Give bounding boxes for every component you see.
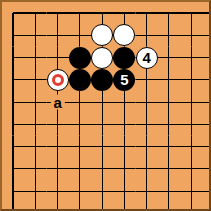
intersection <box>69 2 91 24</box>
intersection <box>91 180 113 202</box>
stone-white-4: 4 <box>136 47 158 69</box>
intersection <box>113 136 135 158</box>
intersection <box>180 158 202 180</box>
intersection <box>47 202 69 211</box>
intersection <box>69 202 91 211</box>
point-label-a: a <box>50 95 64 110</box>
intersection <box>24 113 46 135</box>
intersection <box>24 47 46 69</box>
intersection <box>136 24 158 46</box>
intersection <box>2 158 24 180</box>
intersection <box>2 136 24 158</box>
intersection <box>24 180 46 202</box>
intersection <box>24 158 46 180</box>
intersection <box>2 180 24 202</box>
intersection <box>69 180 91 202</box>
intersection <box>202 24 211 46</box>
intersection <box>202 158 211 180</box>
intersection <box>113 113 135 135</box>
intersection <box>158 24 180 46</box>
intersection <box>91 113 113 135</box>
intersection <box>47 47 69 69</box>
intersection <box>180 91 202 113</box>
intersection <box>136 2 158 24</box>
intersection <box>202 136 211 158</box>
intersection <box>24 2 46 24</box>
intersection <box>180 2 202 24</box>
intersection <box>158 113 180 135</box>
stone-black <box>91 69 113 91</box>
intersection <box>202 113 211 135</box>
intersection <box>69 136 91 158</box>
stone-black <box>69 47 91 69</box>
stone-black <box>113 47 135 69</box>
intersection <box>24 202 46 211</box>
intersection <box>202 91 211 113</box>
intersection <box>158 91 180 113</box>
intersection <box>24 69 46 91</box>
intersection <box>180 69 202 91</box>
stone-black-5: 5 <box>113 69 135 91</box>
intersection <box>69 24 91 46</box>
intersection <box>91 202 113 211</box>
intersection <box>47 24 69 46</box>
intersection <box>113 2 135 24</box>
intersection <box>202 47 211 69</box>
intersection <box>158 202 180 211</box>
intersection <box>158 136 180 158</box>
intersection <box>136 180 158 202</box>
intersection <box>2 47 24 69</box>
intersection <box>158 69 180 91</box>
intersection <box>91 91 113 113</box>
intersection <box>180 24 202 46</box>
stone-black <box>69 69 91 91</box>
stone-white-circled <box>47 69 69 91</box>
intersection <box>158 47 180 69</box>
intersection <box>47 136 69 158</box>
intersection <box>180 136 202 158</box>
intersection <box>158 158 180 180</box>
intersection <box>180 47 202 69</box>
go-board: 45a <box>0 0 211 211</box>
intersection <box>47 2 69 24</box>
stone-white <box>91 47 113 69</box>
intersection <box>113 202 135 211</box>
circle-marker-icon <box>52 74 64 86</box>
intersection <box>2 91 24 113</box>
intersection <box>91 2 113 24</box>
intersection <box>202 180 211 202</box>
intersection <box>136 136 158 158</box>
intersection <box>136 202 158 211</box>
intersection <box>136 69 158 91</box>
intersection <box>202 2 211 24</box>
intersection <box>180 180 202 202</box>
intersection <box>24 24 46 46</box>
stone-number: 4 <box>142 50 150 65</box>
intersection <box>69 91 91 113</box>
intersection <box>136 113 158 135</box>
intersection <box>113 158 135 180</box>
intersection <box>91 136 113 158</box>
intersection <box>2 24 24 46</box>
stone-white <box>113 24 135 46</box>
intersection <box>158 180 180 202</box>
intersection <box>113 91 135 113</box>
intersection <box>180 202 202 211</box>
intersection <box>136 91 158 113</box>
intersection <box>91 158 113 180</box>
intersection <box>180 113 202 135</box>
intersection <box>47 113 69 135</box>
intersection <box>24 136 46 158</box>
intersection <box>69 113 91 135</box>
intersection <box>47 158 69 180</box>
intersection <box>202 202 211 211</box>
intersection <box>24 91 46 113</box>
intersection <box>2 113 24 135</box>
stone-number: 5 <box>120 72 128 87</box>
intersection <box>69 158 91 180</box>
intersection <box>2 2 24 24</box>
intersection <box>47 180 69 202</box>
stone-white <box>91 24 113 46</box>
intersection <box>113 180 135 202</box>
intersection <box>2 202 24 211</box>
intersection <box>2 69 24 91</box>
intersection <box>202 69 211 91</box>
intersection <box>158 2 180 24</box>
intersection <box>136 158 158 180</box>
